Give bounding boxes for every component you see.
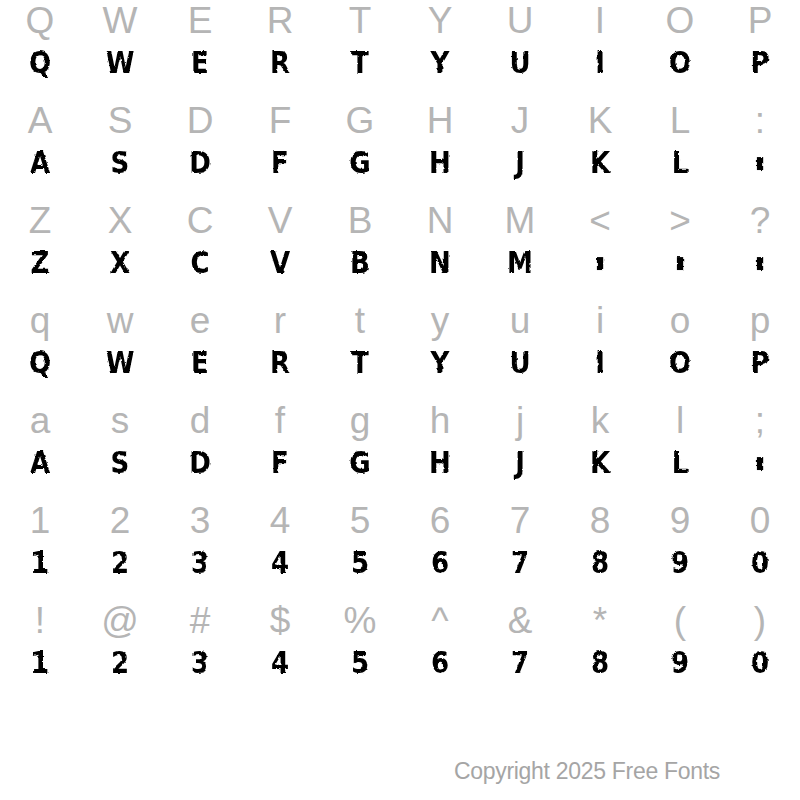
label-glyph: H <box>400 100 480 142</box>
sample-glyph: H <box>406 140 473 184</box>
sample-glyph: M <box>486 240 553 284</box>
label-glyph: k <box>560 400 640 442</box>
charmap-sample-row: ZXCVBNM▮▮▮ <box>0 240 800 284</box>
label-glyph: % <box>320 600 400 642</box>
character-map-grid: QWERTYUIOPQWERTYUIOPASDFGHJKL:ASDFGHJKL▮… <box>0 0 800 700</box>
charmap-sample-row: QWERTYUIOP <box>0 340 800 384</box>
sample-glyph: R <box>246 40 313 84</box>
label-glyph: 0 <box>720 500 800 542</box>
label-glyph: A <box>0 100 80 142</box>
sample-glyph: 5 <box>326 640 393 684</box>
label-glyph: ^ <box>400 600 480 642</box>
sample-glyph: K <box>566 140 633 184</box>
label-glyph: ; <box>720 400 800 442</box>
sample-glyph: S <box>86 140 153 184</box>
sample-glyph: C <box>166 240 233 284</box>
label-glyph: S <box>80 100 160 142</box>
sample-glyph: U <box>486 40 553 84</box>
sample-glyph: 2 <box>86 640 153 684</box>
label-glyph: f <box>240 400 320 442</box>
label-glyph: F <box>240 100 320 142</box>
label-glyph: u <box>480 300 560 342</box>
label-glyph: @ <box>80 600 160 642</box>
sample-glyph: E <box>166 40 233 84</box>
sample-glyph: P <box>726 40 793 84</box>
missing-glyph-box: ▮ <box>720 440 800 484</box>
charmap-sample-row: 1234567890 <box>0 640 800 684</box>
sample-glyph: L <box>646 440 713 484</box>
label-glyph: $ <box>240 600 320 642</box>
label-glyph: 2 <box>80 500 160 542</box>
charmap-row-pair: asdfghjkl;ASDFGHJKL▮ <box>0 400 800 500</box>
sample-glyph: Q <box>6 40 73 84</box>
label-glyph: 4 <box>240 500 320 542</box>
charmap-row-pair: ASDFGHJKL:ASDFGHJKL▮ <box>0 100 800 200</box>
label-glyph: 3 <box>160 500 240 542</box>
missing-glyph-box: ▮ <box>720 140 800 184</box>
sample-glyph: 3 <box>166 640 233 684</box>
sample-glyph: T <box>326 40 393 84</box>
sample-glyph: V <box>246 240 313 284</box>
sample-glyph: O <box>646 340 713 384</box>
missing-glyph-box: ▮ <box>720 240 800 284</box>
sample-glyph: 8 <box>566 640 633 684</box>
label-glyph: s <box>80 400 160 442</box>
label-glyph: ? <box>720 200 800 242</box>
label-glyph: > <box>640 200 720 242</box>
label-glyph: p <box>720 300 800 342</box>
charmap-label-row: qwertyuiop <box>0 300 800 340</box>
charmap-row-pair: qwertyuiopQWERTYUIOP <box>0 300 800 400</box>
sample-glyph: 3 <box>166 540 233 584</box>
label-glyph: M <box>480 200 560 242</box>
label-glyph: y <box>400 300 480 342</box>
label-glyph: T <box>320 0 400 42</box>
label-glyph: 9 <box>640 500 720 542</box>
label-glyph: ) <box>720 600 800 642</box>
label-glyph: & <box>480 600 560 642</box>
label-glyph: K <box>560 100 640 142</box>
copyright-text: Copyright 2025 Free Fonts <box>454 758 720 785</box>
label-glyph: Z <box>0 200 80 242</box>
sample-glyph: 7 <box>486 540 553 584</box>
label-glyph: * <box>560 600 640 642</box>
label-glyph: : <box>720 100 800 142</box>
label-glyph: r <box>240 300 320 342</box>
charmap-label-row: !@#$%^&*() <box>0 600 800 640</box>
label-glyph: < <box>560 200 640 242</box>
charmap-row-pair: QWERTYUIOPQWERTYUIOP <box>0 0 800 100</box>
sample-glyph: H <box>406 440 473 484</box>
charmap-label-row: 1234567890 <box>0 500 800 540</box>
label-glyph: q <box>0 300 80 342</box>
label-glyph: ! <box>0 600 80 642</box>
sample-glyph: 0 <box>726 640 793 684</box>
sample-glyph: Y <box>406 40 473 84</box>
sample-glyph: G <box>326 140 393 184</box>
charmap-row-pair: ZXCVBNM<>?ZXCVBNM▮▮▮ <box>0 200 800 300</box>
label-glyph: w <box>80 300 160 342</box>
label-glyph: O <box>640 0 720 42</box>
sample-glyph: A <box>6 440 73 484</box>
label-glyph: 7 <box>480 500 560 542</box>
label-glyph: W <box>80 0 160 42</box>
sample-glyph: F <box>246 440 313 484</box>
sample-glyph: F <box>246 140 313 184</box>
label-glyph: g <box>320 400 400 442</box>
label-glyph: Y <box>400 0 480 42</box>
label-glyph: # <box>160 600 240 642</box>
sample-glyph: 6 <box>406 540 473 584</box>
label-glyph: Q <box>0 0 80 42</box>
sample-glyph: 9 <box>646 640 713 684</box>
sample-glyph: 2 <box>86 540 153 584</box>
label-glyph: a <box>0 400 80 442</box>
label-glyph: t <box>320 300 400 342</box>
sample-glyph: 7 <box>486 640 553 684</box>
sample-glyph: A <box>6 140 73 184</box>
sample-glyph: P <box>726 340 793 384</box>
sample-glyph: 9 <box>646 540 713 584</box>
sample-glyph: 4 <box>246 640 313 684</box>
sample-glyph: T <box>326 340 393 384</box>
label-glyph: G <box>320 100 400 142</box>
sample-glyph: R <box>246 340 313 384</box>
label-glyph: 1 <box>0 500 80 542</box>
label-glyph: R <box>240 0 320 42</box>
charmap-sample-row: 1234567890 <box>0 540 800 584</box>
sample-glyph: 8 <box>566 540 633 584</box>
label-glyph: o <box>640 300 720 342</box>
label-glyph: i <box>560 300 640 342</box>
label-glyph: P <box>720 0 800 42</box>
label-glyph: I <box>560 0 640 42</box>
label-glyph: U <box>480 0 560 42</box>
sample-glyph: L <box>646 140 713 184</box>
font-specimen-page: QWERTYUIOPQWERTYUIOPASDFGHJKL:ASDFGHJKL▮… <box>0 0 800 800</box>
charmap-sample-row: ASDFGHJKL▮ <box>0 140 800 184</box>
sample-glyph: N <box>406 240 473 284</box>
charmap-label-row: ZXCVBNM<>? <box>0 200 800 240</box>
sample-glyph: I <box>566 340 633 384</box>
sample-glyph: E <box>166 340 233 384</box>
sample-glyph: 1 <box>6 640 73 684</box>
sample-glyph: S <box>86 440 153 484</box>
charmap-row-pair: !@#$%^&*()1234567890 <box>0 600 800 700</box>
label-glyph: E <box>160 0 240 42</box>
sample-glyph: 1 <box>6 540 73 584</box>
sample-glyph: W <box>86 40 153 84</box>
label-glyph: h <box>400 400 480 442</box>
sample-glyph: 4 <box>246 540 313 584</box>
label-glyph: D <box>160 100 240 142</box>
sample-glyph: 5 <box>326 540 393 584</box>
label-glyph: C <box>160 200 240 242</box>
sample-glyph: U <box>486 340 553 384</box>
label-glyph: d <box>160 400 240 442</box>
missing-glyph-box: ▮ <box>640 240 720 284</box>
label-glyph: l <box>640 400 720 442</box>
sample-glyph: Q <box>6 340 73 384</box>
sample-glyph: D <box>166 140 233 184</box>
label-glyph: j <box>480 400 560 442</box>
missing-glyph-box: ▮ <box>560 240 640 284</box>
label-glyph: L <box>640 100 720 142</box>
sample-glyph: X <box>86 240 153 284</box>
charmap-sample-row: QWERTYUIOP <box>0 40 800 84</box>
sample-glyph: I <box>566 40 633 84</box>
label-glyph: 8 <box>560 500 640 542</box>
label-glyph: V <box>240 200 320 242</box>
label-glyph: N <box>400 200 480 242</box>
charmap-label-row: asdfghjkl; <box>0 400 800 440</box>
sample-glyph: K <box>566 440 633 484</box>
sample-glyph: B <box>326 240 393 284</box>
sample-glyph: W <box>86 340 153 384</box>
label-glyph: B <box>320 200 400 242</box>
sample-glyph: J <box>486 440 553 484</box>
charmap-label-row: ASDFGHJKL: <box>0 100 800 140</box>
sample-glyph: D <box>166 440 233 484</box>
label-glyph: 6 <box>400 500 480 542</box>
label-glyph: 5 <box>320 500 400 542</box>
sample-glyph: G <box>326 440 393 484</box>
charmap-label-row: QWERTYUIOP <box>0 0 800 40</box>
charmap-sample-row: ASDFGHJKL▮ <box>0 440 800 484</box>
label-glyph: e <box>160 300 240 342</box>
charmap-row-pair: 12345678901234567890 <box>0 500 800 600</box>
sample-glyph: Z <box>6 240 73 284</box>
sample-glyph: J <box>486 140 553 184</box>
label-glyph: X <box>80 200 160 242</box>
sample-glyph: 0 <box>726 540 793 584</box>
sample-glyph: 6 <box>406 640 473 684</box>
label-glyph: ( <box>640 600 720 642</box>
label-glyph: J <box>480 100 560 142</box>
sample-glyph: Y <box>406 340 473 384</box>
sample-glyph: O <box>646 40 713 84</box>
